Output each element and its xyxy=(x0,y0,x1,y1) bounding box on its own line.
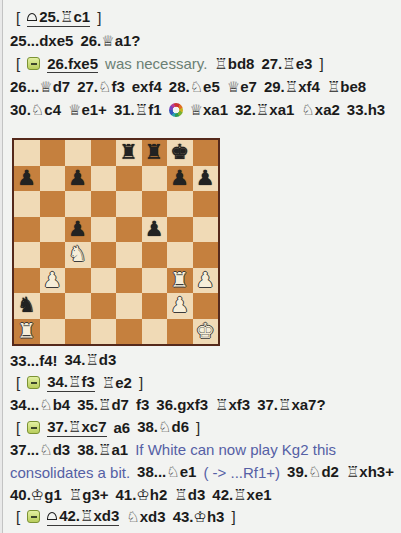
square-f5: ♟ xyxy=(142,217,168,243)
better-is-icon xyxy=(47,512,57,520)
variation-move-link[interactable]: 34.♖f3 xyxy=(47,373,95,392)
square-e4 xyxy=(116,242,142,268)
move-text[interactable]: 33.h3 xyxy=(347,101,385,118)
move-text[interactable]: ♘xd3 xyxy=(126,508,165,526)
move-text[interactable]: 26.♕a1? xyxy=(80,32,140,50)
square-h7: ♟ xyxy=(193,166,219,192)
move-text[interactable]: f3 xyxy=(136,396,149,413)
black-king-g8: ♚ xyxy=(170,142,189,163)
square-f1 xyxy=(142,319,168,345)
collapse-variation-icon[interactable] xyxy=(27,376,40,389)
move-text[interactable]: 26...♕d7 xyxy=(10,78,70,96)
collapse-variation-icon[interactable] xyxy=(27,510,40,523)
move-text[interactable]: 37.♖xa7? xyxy=(257,396,326,414)
square-h1: ♚ xyxy=(193,319,219,345)
square-g6 xyxy=(167,191,193,217)
notation-line: [34.♖f3♖e2] xyxy=(10,371,401,393)
square-b2 xyxy=(40,293,66,319)
square-g5 xyxy=(167,217,193,243)
square-f7 xyxy=(142,166,168,192)
move-text[interactable]: 37...♘d3 xyxy=(10,441,70,459)
notation-line: 34...♘b435.♖d7f336.gxf3♖xf337.♖xa7? xyxy=(10,394,401,416)
white-knight-c4: ♞ xyxy=(68,244,87,265)
variation-bracket: ] xyxy=(231,508,235,525)
link-label: 34.♖f3 xyxy=(47,373,95,391)
notation-panel: [25.♖c1]25...dxe526.♕a1?[26.fxe5was nece… xyxy=(0,0,401,533)
move-text[interactable]: 34...♘b4 xyxy=(10,396,70,414)
square-b4 xyxy=(40,242,66,268)
move-text[interactable]: ♖xf3 xyxy=(215,396,250,414)
white-king-h1: ♚ xyxy=(196,321,215,342)
comment-text: If White can now play Kg2 this xyxy=(135,441,336,458)
move-text[interactable]: 42.♖xe1 xyxy=(212,486,271,504)
white-rook-g3: ♜ xyxy=(170,270,189,291)
square-f2 xyxy=(142,293,168,319)
move-text[interactable]: ♖xh3+ xyxy=(346,463,394,481)
square-g7: ♟ xyxy=(167,166,193,192)
move-text[interactable]: 35.♖d7 xyxy=(77,396,129,414)
square-h3: ♟ xyxy=(193,268,219,294)
variation-move-link[interactable]: 25.♖c1 xyxy=(27,8,90,27)
black-pawn-a7: ♟ xyxy=(17,168,36,189)
notation-line: [42.♖xd3♘xd343.♔h3] xyxy=(10,506,401,528)
variation-bracket: [ xyxy=(16,9,20,26)
variation-bracket: ] xyxy=(319,55,323,72)
white-pawn-h3: ♟ xyxy=(196,270,215,291)
square-c8 xyxy=(65,140,91,166)
square-d3 xyxy=(91,268,117,294)
black-pawn-c5: ♟ xyxy=(68,219,87,240)
black-knight-a2: ♞ xyxy=(17,295,36,316)
square-c5: ♟ xyxy=(65,217,91,243)
white-pawn-b3: ♟ xyxy=(43,270,62,291)
square-c4: ♞ xyxy=(65,242,91,268)
link-label: 42.♖xd3 xyxy=(59,507,119,525)
square-d2 xyxy=(91,293,117,319)
square-d7 xyxy=(91,166,117,192)
move-text[interactable]: 38...♘e1 xyxy=(137,463,196,481)
move-text[interactable]: 30.♘c4 xyxy=(10,101,61,119)
move-text[interactable]: a6 xyxy=(114,419,131,436)
link-label: 26.fxe5 xyxy=(47,55,98,72)
square-e1 xyxy=(116,319,142,345)
square-h6 xyxy=(193,191,219,217)
square-a4 xyxy=(14,242,40,268)
square-a2: ♞ xyxy=(14,293,40,319)
move-text[interactable]: 32.♖xa1 xyxy=(235,101,294,119)
square-d5 xyxy=(91,217,117,243)
collapse-variation-icon[interactable] xyxy=(27,421,40,434)
square-b8 xyxy=(40,140,66,166)
square-h2 xyxy=(193,293,219,319)
square-f3 xyxy=(142,268,168,294)
notation-line: 26...♕d727.♘f3exf428.♘e5♕e729.♖xf4♖be8 xyxy=(10,75,401,98)
square-c1 xyxy=(65,319,91,345)
notation-line: 25...dxe526.♕a1? xyxy=(10,29,401,52)
black-rook-f8: ♜ xyxy=(145,142,164,163)
comment-text: consolidates a bit. xyxy=(10,464,130,481)
move-text[interactable]: 38.♘d6 xyxy=(137,418,189,436)
square-g3: ♜ xyxy=(167,268,193,294)
link-label: 25.♖c1 xyxy=(39,8,90,26)
square-f8: ♜ xyxy=(142,140,168,166)
square-h5 xyxy=(193,217,219,243)
collapse-variation-icon[interactable] xyxy=(27,57,40,70)
square-c3 xyxy=(65,268,91,294)
move-text[interactable]: ♖e2 xyxy=(102,374,132,392)
square-b7 xyxy=(40,166,66,192)
square-d4 xyxy=(91,242,117,268)
notation-lines-below-diagram: 33...f4!34.♖d3[34.♖f3♖e2]34...♘b435.♖d7f… xyxy=(10,349,401,528)
link-label: 37.♖xc7 xyxy=(47,418,106,436)
square-b6 xyxy=(40,191,66,217)
notation-line: [25.♖c1] xyxy=(10,6,401,29)
square-e6 xyxy=(116,191,142,217)
notation-line: [37.♖xc7a638.♘d6] xyxy=(10,416,401,438)
black-rook-e8: ♜ xyxy=(119,142,138,163)
white-pawn-g2: ♟ xyxy=(170,295,189,316)
notation-content: [25.♖c1]25...dxe526.♕a1?[26.fxe5was nece… xyxy=(2,0,401,528)
move-text[interactable]: 33...f4! xyxy=(10,352,58,369)
move-text[interactable]: 41.♔h2 xyxy=(116,486,168,504)
black-pawn-c7: ♟ xyxy=(68,168,87,189)
square-e3 xyxy=(116,268,142,294)
white-rook-a1: ♜ xyxy=(17,321,36,342)
square-c6 xyxy=(65,191,91,217)
variation-bracket: ] xyxy=(97,9,101,26)
move-text[interactable]: ♖bd8 xyxy=(214,55,254,73)
move-text[interactable]: 31.♖f1 xyxy=(114,101,162,119)
square-g8: ♚ xyxy=(167,140,193,166)
move-text[interactable]: 27.♖e3 xyxy=(261,55,312,73)
move-text[interactable]: 38.♖a1 xyxy=(77,441,128,459)
move-text[interactable]: ♖g3+ xyxy=(69,486,109,504)
move-text[interactable]: ♖d3 xyxy=(174,486,205,504)
color-wheel-icon xyxy=(169,103,183,117)
square-a1: ♜ xyxy=(14,319,40,345)
variation-move-link[interactable]: 42.♖xd3 xyxy=(47,507,119,526)
square-e5 xyxy=(116,217,142,243)
square-g1 xyxy=(167,319,193,345)
move-text[interactable]: exf4 xyxy=(132,78,162,95)
move-text[interactable]: 43.♔h3 xyxy=(173,508,225,526)
square-a6 xyxy=(14,191,40,217)
move-text[interactable]: ♕e7 xyxy=(227,78,257,96)
move-text[interactable]: 27.♘f3 xyxy=(77,78,125,96)
chess-board-diagram: ♜♜♚♟♟♟♟♟♟♞♟♜♟♞♟♜♚ xyxy=(12,138,220,346)
square-h8 xyxy=(193,140,219,166)
square-f6 xyxy=(142,191,168,217)
square-d1 xyxy=(91,319,117,345)
square-h4 xyxy=(193,242,219,268)
square-a5 xyxy=(14,217,40,243)
square-c2 xyxy=(65,293,91,319)
move-text[interactable]: 25...dxe5 xyxy=(10,32,73,49)
move-text[interactable]: 36.gxf3 xyxy=(156,396,208,413)
square-f4 xyxy=(142,242,168,268)
black-pawn-g7: ♟ xyxy=(170,168,189,189)
move-text[interactable]: 40.♔g1 xyxy=(10,486,62,504)
square-e2 xyxy=(116,293,142,319)
square-d6 xyxy=(91,191,117,217)
square-g4 xyxy=(167,242,193,268)
square-b1 xyxy=(40,319,66,345)
move-text[interactable]: 39.♘d2 xyxy=(287,463,339,481)
variation-bracket: [ xyxy=(16,508,20,525)
notation-line: [26.fxe5was necessary.♖bd827.♖e3] xyxy=(10,52,401,75)
square-e7 xyxy=(116,166,142,192)
black-pawn-f5: ♟ xyxy=(145,219,164,240)
variation-move-link[interactable]: 37.♖xc7 xyxy=(47,418,106,437)
square-a8 xyxy=(14,140,40,166)
move-text[interactable]: ♕e1+ xyxy=(68,101,107,119)
variation-bracket: [ xyxy=(16,55,20,72)
variation-bracket: [ xyxy=(16,374,20,391)
square-b5 xyxy=(40,217,66,243)
square-d8 xyxy=(91,140,117,166)
move-text[interactable]: ♘xa2 xyxy=(301,101,339,119)
variation-move-link[interactable]: 26.fxe5 xyxy=(47,55,98,73)
square-e8: ♜ xyxy=(116,140,142,166)
square-a7: ♟ xyxy=(14,166,40,192)
move-text[interactable]: 29.♖xf4 xyxy=(264,78,320,96)
move-text[interactable]: ♕xa1 xyxy=(190,101,228,119)
square-a3 xyxy=(14,268,40,294)
square-g2: ♟ xyxy=(167,293,193,319)
move-text[interactable]: ♖be8 xyxy=(327,78,366,96)
notation-line: 33...f4!34.♖d3 xyxy=(10,349,401,371)
black-pawn-h7: ♟ xyxy=(196,168,215,189)
notation-line: 30.♘c4♕e1+31.♖f1♕xa132.♖xa1♘xa233.h3 xyxy=(10,98,401,121)
comment-text: was necessary. xyxy=(105,55,207,72)
notation-lines-above-diagram: [25.♖c1]25...dxe526.♕a1?[26.fxe5was nece… xyxy=(10,6,401,121)
comment-text: ( -> ...Rf1+) xyxy=(203,464,280,481)
notation-line: consolidates a bit.38...♘e1( -> ...Rf1+)… xyxy=(10,461,401,483)
variation-bracket: ] xyxy=(139,374,143,391)
square-b3: ♟ xyxy=(40,268,66,294)
move-text[interactable]: 28.♘e5 xyxy=(169,78,220,96)
notation-line: 40.♔g1♖g3+41.♔h2♖d342.♖xe1 xyxy=(10,483,401,505)
move-text[interactable]: 34.♖d3 xyxy=(65,351,117,369)
variation-bracket: ] xyxy=(196,419,200,436)
square-c7: ♟ xyxy=(65,166,91,192)
variation-bracket: [ xyxy=(16,419,20,436)
better-is-icon xyxy=(27,13,37,21)
notation-line: 37...♘d338.♖a1If White can now play Kg2 … xyxy=(10,439,401,461)
